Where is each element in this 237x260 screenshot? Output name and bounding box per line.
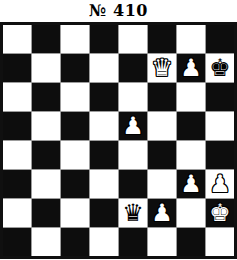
square-e5: ♟ [119, 112, 147, 140]
square-g6 [177, 83, 205, 111]
square-b1 [32, 228, 60, 256]
black-queen: ♛ [122, 201, 144, 225]
square-h4 [206, 141, 234, 169]
square-d2 [90, 199, 118, 227]
square-a4 [3, 141, 31, 169]
square-b4 [32, 141, 60, 169]
square-g5 [177, 112, 205, 140]
square-f3 [148, 170, 176, 198]
square-d5 [90, 112, 118, 140]
square-c8 [61, 25, 89, 53]
square-f8 [148, 25, 176, 53]
square-c3 [61, 170, 89, 198]
square-e8 [119, 25, 147, 53]
square-c7 [61, 54, 89, 82]
white-king: ♚ [209, 201, 231, 225]
square-b8 [32, 25, 60, 53]
white-pawn: ♟ [151, 201, 173, 225]
square-a7 [3, 54, 31, 82]
square-e2: ♛ [119, 199, 147, 227]
square-g2 [177, 199, 205, 227]
square-f4 [148, 141, 176, 169]
square-a2 [3, 199, 31, 227]
square-h6 [206, 83, 234, 111]
square-d8 [90, 25, 118, 53]
square-h3: ♟ [206, 170, 234, 198]
square-g7: ♟ [177, 54, 205, 82]
chess-board: ♛♟♚♟♟♟♛♟♚ [0, 22, 237, 259]
square-d1 [90, 228, 118, 256]
square-c6 [61, 83, 89, 111]
square-f2: ♟ [148, 199, 176, 227]
square-d3 [90, 170, 118, 198]
square-d6 [90, 83, 118, 111]
white-pawn: ♟ [209, 172, 231, 196]
square-d7 [90, 54, 118, 82]
square-g8 [177, 25, 205, 53]
black-king: ♚ [209, 56, 231, 80]
square-f5 [148, 112, 176, 140]
square-e3 [119, 170, 147, 198]
square-a5 [3, 112, 31, 140]
square-g4 [177, 141, 205, 169]
puzzle-number: № 410 [0, 0, 237, 22]
square-b6 [32, 83, 60, 111]
square-c4 [61, 141, 89, 169]
square-h7: ♚ [206, 54, 234, 82]
square-h2: ♚ [206, 199, 234, 227]
square-a1 [3, 228, 31, 256]
square-e1 [119, 228, 147, 256]
white-pawn: ♟ [180, 56, 202, 80]
square-a8 [3, 25, 31, 53]
square-a6 [3, 83, 31, 111]
square-h1 [206, 228, 234, 256]
square-f7: ♛ [148, 54, 176, 82]
white-queen: ♛ [151, 56, 173, 80]
square-g1 [177, 228, 205, 256]
square-e6 [119, 83, 147, 111]
square-e4 [119, 141, 147, 169]
square-c5 [61, 112, 89, 140]
square-b5 [32, 112, 60, 140]
square-c2 [61, 199, 89, 227]
square-h5 [206, 112, 234, 140]
white-pawn: ♟ [180, 172, 202, 196]
square-f1 [148, 228, 176, 256]
square-h8 [206, 25, 234, 53]
white-pawn: ♟ [122, 114, 144, 138]
square-g3: ♟ [177, 170, 205, 198]
square-b2 [32, 199, 60, 227]
square-e7 [119, 54, 147, 82]
square-c1 [61, 228, 89, 256]
square-b3 [32, 170, 60, 198]
square-b7 [32, 54, 60, 82]
square-a3 [3, 170, 31, 198]
square-f6 [148, 83, 176, 111]
square-d4 [90, 141, 118, 169]
